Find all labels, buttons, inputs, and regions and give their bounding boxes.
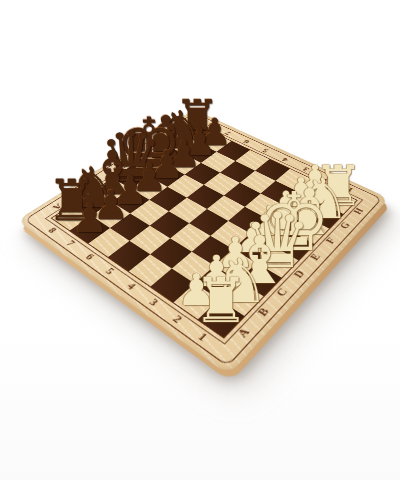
black-pawn-a7: ♟	[72, 200, 109, 237]
white-rook-a1: ♜	[193, 273, 249, 329]
product-photo-scene: 88AA77BB66CC55DD44EE33FF22GG11HH ♜♟♞♟♝♟♚…	[0, 0, 400, 480]
pieces-layer: ♜♟♞♟♝♟♚♟♛♟♝♟♟♜♞♟♟♞♜♟♟♝♟♚♟♛♟♝♟♞♟♜	[0, 0, 400, 480]
